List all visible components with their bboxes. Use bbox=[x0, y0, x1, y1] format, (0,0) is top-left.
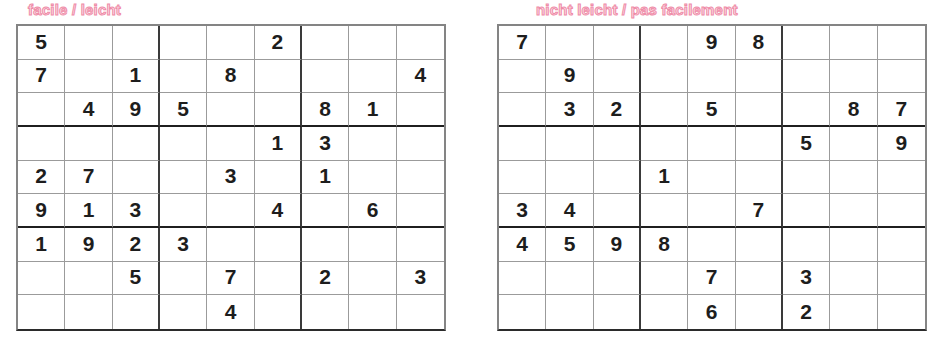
cell-r8c1 bbox=[18, 262, 65, 296]
cell-r4c9: 9 bbox=[878, 127, 925, 161]
cell-r1c3 bbox=[113, 26, 160, 60]
cell-r3c1 bbox=[499, 93, 546, 127]
cell-r3c6 bbox=[736, 93, 783, 127]
cell-r4c3 bbox=[594, 127, 641, 161]
cell-r8c6 bbox=[255, 262, 302, 296]
cell-r9c7 bbox=[302, 295, 349, 329]
cell-r1c3 bbox=[594, 26, 641, 60]
sudoku-board-hard: 79893258759134745987362 bbox=[497, 24, 927, 331]
cell-r9c6 bbox=[736, 295, 783, 329]
cell-r1c6: 2 bbox=[255, 26, 302, 60]
cell-r1c1: 5 bbox=[18, 26, 65, 60]
cell-r6c2: 4 bbox=[546, 194, 593, 228]
cell-r3c4 bbox=[641, 93, 688, 127]
cell-r7c2: 5 bbox=[546, 228, 593, 262]
cell-r1c7 bbox=[302, 26, 349, 60]
cell-r5c7: 1 bbox=[302, 161, 349, 195]
cell-r6c9 bbox=[878, 194, 925, 228]
cell-r1c5: 9 bbox=[688, 26, 735, 60]
cell-r5c1: 2 bbox=[18, 161, 65, 195]
cell-r4c7: 5 bbox=[783, 127, 830, 161]
cell-r8c7: 2 bbox=[302, 262, 349, 296]
cell-r7c9 bbox=[878, 228, 925, 262]
cell-r1c1: 7 bbox=[499, 26, 546, 60]
cell-r9c4 bbox=[641, 295, 688, 329]
cell-r3c8: 8 bbox=[830, 93, 877, 127]
cell-r2c5: 8 bbox=[207, 60, 254, 94]
cell-r5c3 bbox=[594, 161, 641, 195]
cell-r6c1: 9 bbox=[18, 194, 65, 228]
cell-r5c6 bbox=[255, 161, 302, 195]
cell-r6c4 bbox=[641, 194, 688, 228]
cell-r3c3: 2 bbox=[594, 93, 641, 127]
cell-r6c9 bbox=[397, 194, 444, 228]
cell-r6c2: 1 bbox=[65, 194, 112, 228]
cell-r2c2 bbox=[65, 60, 112, 94]
cell-r1c8 bbox=[830, 26, 877, 60]
cell-r3c2: 3 bbox=[546, 93, 593, 127]
cell-r3c7 bbox=[783, 93, 830, 127]
cell-r7c5 bbox=[207, 228, 254, 262]
cell-r7c4: 3 bbox=[160, 228, 207, 262]
cell-r4c8 bbox=[830, 127, 877, 161]
cell-r2c8 bbox=[830, 60, 877, 94]
cell-r8c3 bbox=[594, 262, 641, 296]
cell-r1c4 bbox=[160, 26, 207, 60]
cell-r8c7: 3 bbox=[783, 262, 830, 296]
cell-r1c5 bbox=[207, 26, 254, 60]
cell-r1c9 bbox=[878, 26, 925, 60]
cell-r3c4: 5 bbox=[160, 93, 207, 127]
cell-r7c7 bbox=[783, 228, 830, 262]
cell-r9c6 bbox=[255, 295, 302, 329]
cell-r8c8 bbox=[349, 262, 396, 296]
cell-r6c4 bbox=[160, 194, 207, 228]
cell-r2c7 bbox=[302, 60, 349, 94]
cell-r6c1: 3 bbox=[499, 194, 546, 228]
cell-r2c6 bbox=[736, 60, 783, 94]
cell-r4c6: 1 bbox=[255, 127, 302, 161]
cell-r2c7 bbox=[783, 60, 830, 94]
cell-r9c2 bbox=[65, 295, 112, 329]
cell-r5c9 bbox=[397, 161, 444, 195]
cell-r6c5 bbox=[207, 194, 254, 228]
cell-r2c4 bbox=[160, 60, 207, 94]
cell-r8c2 bbox=[65, 262, 112, 296]
cell-r2c3 bbox=[594, 60, 641, 94]
cell-r4c8 bbox=[349, 127, 396, 161]
cell-r8c1 bbox=[499, 262, 546, 296]
cell-r7c6 bbox=[255, 228, 302, 262]
sudoku-board-easy: 5271844958113273191346192357234 bbox=[16, 24, 446, 331]
cell-r9c9 bbox=[878, 295, 925, 329]
cell-r4c2 bbox=[546, 127, 593, 161]
cell-r3c9 bbox=[397, 93, 444, 127]
cell-r2c6 bbox=[255, 60, 302, 94]
cell-r1c2 bbox=[546, 26, 593, 60]
cell-r9c1 bbox=[18, 295, 65, 329]
cell-r4c4 bbox=[641, 127, 688, 161]
cell-r9c5: 4 bbox=[207, 295, 254, 329]
cell-r4c5 bbox=[207, 127, 254, 161]
cell-r5c4 bbox=[160, 161, 207, 195]
cell-r5c8 bbox=[349, 161, 396, 195]
puzzle-title-hard: nicht leicht / pas facilement bbox=[536, 1, 738, 18]
cell-r7c7 bbox=[302, 228, 349, 262]
cell-r5c2 bbox=[546, 161, 593, 195]
cell-r7c9 bbox=[397, 228, 444, 262]
cell-r2c2: 9 bbox=[546, 60, 593, 94]
cell-r7c3: 2 bbox=[113, 228, 160, 262]
cell-r8c2 bbox=[546, 262, 593, 296]
cell-r3c8: 1 bbox=[349, 93, 396, 127]
cell-r5c5: 3 bbox=[207, 161, 254, 195]
cell-r5c7 bbox=[783, 161, 830, 195]
cell-r3c1 bbox=[18, 93, 65, 127]
cell-r9c3 bbox=[594, 295, 641, 329]
cell-r5c8 bbox=[830, 161, 877, 195]
cell-r5c9 bbox=[878, 161, 925, 195]
cell-r7c1: 1 bbox=[18, 228, 65, 262]
cell-r9c1 bbox=[499, 295, 546, 329]
cell-r1c8 bbox=[349, 26, 396, 60]
cell-r5c3 bbox=[113, 161, 160, 195]
cell-r3c6 bbox=[255, 93, 302, 127]
cell-r2c1: 7 bbox=[18, 60, 65, 94]
cell-r9c2 bbox=[546, 295, 593, 329]
cell-r1c7 bbox=[783, 26, 830, 60]
cell-r9c3 bbox=[113, 295, 160, 329]
cell-r2c9: 4 bbox=[397, 60, 444, 94]
cell-r3c3: 9 bbox=[113, 93, 160, 127]
puzzle-title-easy: facile / leicht bbox=[28, 1, 121, 18]
cell-r5c5 bbox=[688, 161, 735, 195]
cell-r5c1 bbox=[499, 161, 546, 195]
cell-r4c1 bbox=[499, 127, 546, 161]
cell-r2c3: 1 bbox=[113, 60, 160, 94]
cell-r3c2: 4 bbox=[65, 93, 112, 127]
cell-r6c7 bbox=[302, 194, 349, 228]
cell-r7c8 bbox=[349, 228, 396, 262]
cell-r5c6 bbox=[736, 161, 783, 195]
cell-r2c5 bbox=[688, 60, 735, 94]
cell-r1c2 bbox=[65, 26, 112, 60]
cell-r9c8 bbox=[349, 295, 396, 329]
cell-r2c1 bbox=[499, 60, 546, 94]
cell-r6c6: 4 bbox=[255, 194, 302, 228]
cell-r1c9 bbox=[397, 26, 444, 60]
cell-r4c9 bbox=[397, 127, 444, 161]
cell-r1c6: 8 bbox=[736, 26, 783, 60]
cell-r3c7: 8 bbox=[302, 93, 349, 127]
cell-r3c9: 7 bbox=[878, 93, 925, 127]
cell-r4c2 bbox=[65, 127, 112, 161]
cell-r4c6 bbox=[736, 127, 783, 161]
sudoku-grid-easy: 5271844958113273191346192357234 bbox=[16, 24, 446, 331]
cell-r2c9 bbox=[878, 60, 925, 94]
cell-r7c8 bbox=[830, 228, 877, 262]
cell-r9c7: 2 bbox=[783, 295, 830, 329]
cell-r6c8: 6 bbox=[349, 194, 396, 228]
cell-r8c3: 5 bbox=[113, 262, 160, 296]
cell-r3c5 bbox=[207, 93, 254, 127]
cell-r8c6 bbox=[736, 262, 783, 296]
cell-r8c4 bbox=[160, 262, 207, 296]
cell-r3c5: 5 bbox=[688, 93, 735, 127]
cell-r6c3 bbox=[594, 194, 641, 228]
cell-r9c8 bbox=[830, 295, 877, 329]
cell-r7c1: 4 bbox=[499, 228, 546, 262]
cell-r4c7: 3 bbox=[302, 127, 349, 161]
cell-r5c2: 7 bbox=[65, 161, 112, 195]
cell-r6c3: 3 bbox=[113, 194, 160, 228]
cell-r8c4 bbox=[641, 262, 688, 296]
cell-r8c9 bbox=[878, 262, 925, 296]
cell-r7c6 bbox=[736, 228, 783, 262]
sudoku-grid-hard: 79893258759134745987362 bbox=[497, 24, 927, 331]
cell-r7c5 bbox=[688, 228, 735, 262]
cell-r6c7 bbox=[783, 194, 830, 228]
cell-r6c5 bbox=[688, 194, 735, 228]
cell-r6c6: 7 bbox=[736, 194, 783, 228]
cell-r8c8 bbox=[830, 262, 877, 296]
cell-r8c5: 7 bbox=[688, 262, 735, 296]
cell-r8c5: 7 bbox=[207, 262, 254, 296]
cell-r2c8 bbox=[349, 60, 396, 94]
cell-r9c4 bbox=[160, 295, 207, 329]
cell-r6c8 bbox=[830, 194, 877, 228]
cell-r7c3: 9 bbox=[594, 228, 641, 262]
cell-r9c5: 6 bbox=[688, 295, 735, 329]
cell-r2c4 bbox=[641, 60, 688, 94]
cell-r9c9 bbox=[397, 295, 444, 329]
cell-r7c2: 9 bbox=[65, 228, 112, 262]
cell-r8c9: 3 bbox=[397, 262, 444, 296]
cell-r4c1 bbox=[18, 127, 65, 161]
cell-r1c4 bbox=[641, 26, 688, 60]
cell-r7c4: 8 bbox=[641, 228, 688, 262]
cell-r4c3 bbox=[113, 127, 160, 161]
cell-r4c5 bbox=[688, 127, 735, 161]
cell-r4c4 bbox=[160, 127, 207, 161]
cell-r5c4: 1 bbox=[641, 161, 688, 195]
